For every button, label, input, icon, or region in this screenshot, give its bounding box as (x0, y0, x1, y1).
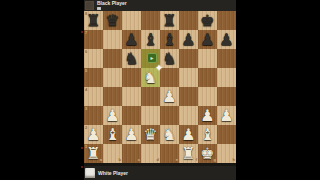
square-f3[interactable] (179, 106, 198, 125)
white-pawn-g3[interactable]: ♟ (198, 106, 217, 125)
square-a4[interactable]: 4 (84, 87, 103, 106)
rank-label-5: 5 (85, 69, 87, 73)
square-h4[interactable] (217, 87, 236, 106)
white-pawn-h3[interactable]: ♟ (217, 106, 236, 125)
flag-icon (97, 7, 101, 10)
bottom-player-bar: White Player (84, 166, 236, 180)
square-d8[interactable] (141, 11, 160, 30)
white-knight-e2[interactable]: ♞ (160, 125, 179, 144)
black-bishop-d7[interactable]: ♝ (141, 30, 160, 49)
black-king-g8[interactable]: ♚ (198, 11, 217, 30)
rank-label-3: 3 (85, 107, 87, 111)
file-label-e: e (176, 158, 178, 162)
square-g6[interactable] (198, 49, 217, 68)
white-pawn-a2[interactable]: ♟ (84, 125, 103, 144)
top-player-bar: Black Player (84, 0, 236, 11)
rank-label-7: 7 (85, 31, 87, 35)
square-b7[interactable] (103, 30, 122, 49)
square-h7[interactable]: ♟ (217, 30, 236, 49)
square-b6[interactable] (103, 49, 122, 68)
black-pawn-f7[interactable]: ♟ (179, 30, 198, 49)
square-g4[interactable] (198, 87, 217, 106)
square-d3[interactable] (141, 106, 160, 125)
chess-board[interactable]: 8♜♛♜♚7♟♝♝♟♟♟6♞♞5♞4♟3♟♟♟2♟♝♟♛♞♟♝1a♜bcdef♜… (84, 11, 236, 163)
video-artifact-dot (81, 166, 83, 168)
rank-label-6: 6 (85, 50, 87, 54)
square-b1[interactable]: b (103, 144, 122, 163)
square-c7[interactable]: ♟ (122, 30, 141, 49)
square-f1[interactable]: f♜ (179, 144, 198, 163)
black-rook-e8[interactable]: ♜ (160, 11, 179, 30)
square-e4[interactable]: ♟ (160, 87, 179, 106)
move-badge-icon: ▸ (147, 53, 157, 63)
white-queen-d2[interactable]: ♛ (141, 125, 160, 144)
square-g1[interactable]: g♚ (198, 144, 217, 163)
square-a6[interactable]: 6 (84, 49, 103, 68)
square-f4[interactable] (179, 87, 198, 106)
white-pawn-e4[interactable]: ♟ (160, 87, 179, 106)
square-a8[interactable]: 8♜ (84, 11, 103, 30)
square-d2[interactable]: ♛ (141, 125, 160, 144)
square-c8[interactable] (122, 11, 141, 30)
square-f6[interactable] (179, 49, 198, 68)
square-d4[interactable] (141, 87, 160, 106)
black-pawn-g7[interactable]: ♟ (198, 30, 217, 49)
black-pawn-c7[interactable]: ♟ (122, 30, 141, 49)
square-h8[interactable] (217, 11, 236, 30)
square-f2[interactable]: ♟ (179, 125, 198, 144)
square-c2[interactable]: ♟ (122, 125, 141, 144)
file-label-c: c (138, 158, 140, 162)
bottom-player-name: White Player (98, 171, 128, 176)
square-g2[interactable]: ♝ (198, 125, 217, 144)
black-bishop-e7[interactable]: ♝ (160, 30, 179, 49)
top-player-subline (97, 7, 127, 11)
square-c1[interactable]: c (122, 144, 141, 163)
square-h6[interactable] (217, 49, 236, 68)
square-e3[interactable] (160, 106, 179, 125)
square-a1[interactable]: 1a♜ (84, 144, 103, 163)
square-a7[interactable]: 7 (84, 30, 103, 49)
white-king-g1[interactable]: ♚ (198, 144, 217, 163)
white-pawn-f2[interactable]: ♟ (179, 125, 198, 144)
square-g5[interactable] (198, 68, 217, 87)
file-label-d: d (157, 158, 159, 162)
square-f7[interactable]: ♟ (179, 30, 198, 49)
white-rook-f1[interactable]: ♜ (179, 144, 198, 163)
square-d7[interactable]: ♝ (141, 30, 160, 49)
black-queen-b8[interactable]: ♛ (103, 11, 122, 30)
square-h3[interactable]: ♟ (217, 106, 236, 125)
square-c4[interactable] (122, 87, 141, 106)
white-pawn-b3[interactable]: ♟ (103, 106, 122, 125)
square-e1[interactable]: e (160, 144, 179, 163)
white-rook-a1[interactable]: ♜ (84, 144, 103, 163)
square-g7[interactable]: ♟ (198, 30, 217, 49)
video-artifact-dot (81, 31, 83, 33)
square-a5[interactable]: 5 (84, 68, 103, 87)
square-f5[interactable] (179, 68, 198, 87)
square-b3[interactable]: ♟ (103, 106, 122, 125)
top-player-avatar[interactable] (85, 1, 94, 10)
black-knight-c6[interactable]: ♞ (122, 49, 141, 68)
square-b4[interactable] (103, 87, 122, 106)
black-rook-a8[interactable]: ♜ (84, 11, 103, 30)
square-e8[interactable]: ♜ (160, 11, 179, 30)
square-a2[interactable]: 2♟ (84, 125, 103, 144)
rank-label-4: 4 (85, 88, 87, 92)
square-a3[interactable]: 3 (84, 106, 103, 125)
square-f8[interactable] (179, 11, 198, 30)
square-h2[interactable] (217, 125, 236, 144)
square-g3[interactable]: ♟ (198, 106, 217, 125)
badge-chevron-icon: ▸ (150, 55, 153, 61)
square-b8[interactable]: ♛ (103, 11, 122, 30)
file-label-h: h (233, 158, 235, 162)
square-b5[interactable] (103, 68, 122, 87)
square-g8[interactable]: ♚ (198, 11, 217, 30)
square-c3[interactable] (122, 106, 141, 125)
square-b2[interactable]: ♝ (103, 125, 122, 144)
square-d1[interactable]: d (141, 144, 160, 163)
square-c5[interactable] (122, 68, 141, 87)
square-h5[interactable] (217, 68, 236, 87)
black-pawn-h7[interactable]: ♟ (217, 30, 236, 49)
white-bishop-b2[interactable]: ♝ (103, 125, 122, 144)
video-artifact-dot (81, 147, 83, 149)
best-move-star-icon: ✦ (154, 63, 164, 73)
square-e7[interactable]: ♝ (160, 30, 179, 49)
file-label-b: b (119, 158, 121, 162)
square-e2[interactable]: ♞ (160, 125, 179, 144)
bottom-player-avatar[interactable] (85, 168, 95, 178)
white-bishop-g2[interactable]: ♝ (198, 125, 217, 144)
video-frame: Black Player 8♜♛♜♚7♟♝♝♟♟♟6♞♞5♞4♟3♟♟♟2♟♝♟… (0, 0, 320, 180)
top-player-name: Black Player (97, 1, 127, 6)
white-pawn-c2[interactable]: ♟ (122, 125, 141, 144)
square-c6[interactable]: ♞ (122, 49, 141, 68)
square-h1[interactable]: h (217, 144, 236, 163)
